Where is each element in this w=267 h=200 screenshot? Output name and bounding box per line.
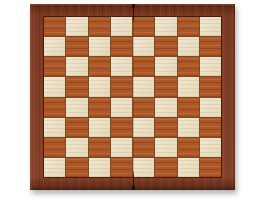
square-b6[interactable] bbox=[66, 57, 87, 76]
square-f6[interactable] bbox=[155, 57, 176, 76]
square-h6[interactable] bbox=[200, 57, 221, 76]
hinge-gap-top bbox=[132, 4, 135, 8]
square-f4[interactable] bbox=[155, 98, 176, 117]
square-f5[interactable] bbox=[155, 77, 176, 96]
square-e8[interactable] bbox=[133, 17, 154, 36]
square-h1[interactable] bbox=[200, 158, 221, 177]
photo-background bbox=[0, 0, 267, 200]
square-g1[interactable] bbox=[178, 158, 199, 177]
square-h8[interactable] bbox=[200, 17, 221, 36]
square-a7[interactable] bbox=[44, 37, 65, 56]
square-g5[interactable] bbox=[178, 77, 199, 96]
square-e5[interactable] bbox=[133, 77, 154, 96]
playing-area bbox=[43, 16, 222, 178]
square-c8[interactable] bbox=[89, 17, 110, 36]
square-d4[interactable] bbox=[111, 98, 132, 117]
square-g3[interactable] bbox=[178, 118, 199, 137]
square-a5[interactable] bbox=[44, 77, 65, 96]
square-a8[interactable] bbox=[44, 17, 65, 36]
square-h3[interactable] bbox=[200, 118, 221, 137]
square-h2[interactable] bbox=[200, 138, 221, 157]
chess-board bbox=[30, 4, 235, 190]
hinge-gap-bottom bbox=[132, 186, 135, 190]
square-g8[interactable] bbox=[178, 17, 199, 36]
square-c4[interactable] bbox=[89, 98, 110, 117]
square-a2[interactable] bbox=[44, 138, 65, 157]
square-c6[interactable] bbox=[89, 57, 110, 76]
square-a6[interactable] bbox=[44, 57, 65, 76]
square-h5[interactable] bbox=[200, 77, 221, 96]
square-d5[interactable] bbox=[111, 77, 132, 96]
square-h4[interactable] bbox=[200, 98, 221, 117]
square-f8[interactable] bbox=[155, 17, 176, 36]
square-b1[interactable] bbox=[66, 158, 87, 177]
square-a4[interactable] bbox=[44, 98, 65, 117]
square-e6[interactable] bbox=[133, 57, 154, 76]
square-b4[interactable] bbox=[66, 98, 87, 117]
square-c1[interactable] bbox=[89, 158, 110, 177]
square-f1[interactable] bbox=[155, 158, 176, 177]
square-h7[interactable] bbox=[200, 37, 221, 56]
square-b8[interactable] bbox=[66, 17, 87, 36]
square-c7[interactable] bbox=[89, 37, 110, 56]
square-e1[interactable] bbox=[133, 158, 154, 177]
square-f7[interactable] bbox=[155, 37, 176, 56]
square-b7[interactable] bbox=[66, 37, 87, 56]
square-e3[interactable] bbox=[133, 118, 154, 137]
square-b3[interactable] bbox=[66, 118, 87, 137]
square-e7[interactable] bbox=[133, 37, 154, 56]
square-f3[interactable] bbox=[155, 118, 176, 137]
square-d7[interactable] bbox=[111, 37, 132, 56]
square-c2[interactable] bbox=[89, 138, 110, 157]
square-d1[interactable] bbox=[111, 158, 132, 177]
square-a3[interactable] bbox=[44, 118, 65, 137]
square-c3[interactable] bbox=[89, 118, 110, 137]
square-g7[interactable] bbox=[178, 37, 199, 56]
square-c5[interactable] bbox=[89, 77, 110, 96]
square-d3[interactable] bbox=[111, 118, 132, 137]
square-a1[interactable] bbox=[44, 158, 65, 177]
square-b5[interactable] bbox=[66, 77, 87, 96]
square-g4[interactable] bbox=[178, 98, 199, 117]
square-e4[interactable] bbox=[133, 98, 154, 117]
square-d2[interactable] bbox=[111, 138, 132, 157]
square-b2[interactable] bbox=[66, 138, 87, 157]
square-g2[interactable] bbox=[178, 138, 199, 157]
square-d6[interactable] bbox=[111, 57, 132, 76]
square-g6[interactable] bbox=[178, 57, 199, 76]
square-e2[interactable] bbox=[133, 138, 154, 157]
square-d8[interactable] bbox=[111, 17, 132, 36]
square-f2[interactable] bbox=[155, 138, 176, 157]
